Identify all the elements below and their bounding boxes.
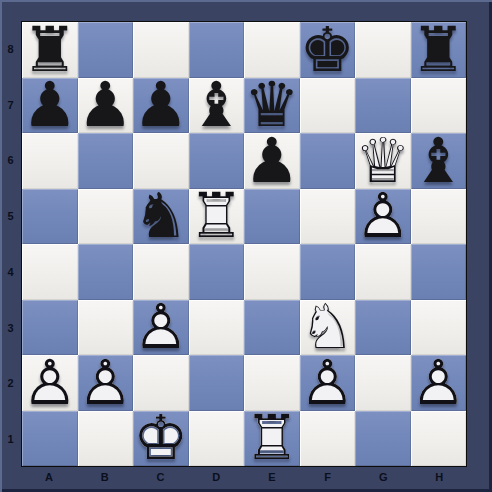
- piece-white-pawn-f2[interactable]: ♟♙: [300, 355, 356, 411]
- square-h2[interactable]: ♟♙: [411, 355, 467, 411]
- black-rook-glyph: ♜: [411, 22, 467, 78]
- square-c1[interactable]: ♚♔: [133, 411, 189, 467]
- piece-white-knight-f3[interactable]: ♞♘: [300, 300, 356, 356]
- piece-black-pawn-b7[interactable]: ♟: [78, 78, 134, 134]
- square-c3[interactable]: ♟♙: [133, 300, 189, 356]
- white-rook-glyph: ♜: [244, 411, 300, 467]
- square-e4[interactable]: [244, 244, 300, 300]
- white-pawn-outline-glyph: ♙: [355, 189, 411, 245]
- square-c7[interactable]: ♟: [133, 78, 189, 134]
- square-g8[interactable]: [355, 22, 411, 78]
- square-e1[interactable]: ♜♖: [244, 411, 300, 467]
- square-h4[interactable]: [411, 244, 467, 300]
- square-h6[interactable]: ♝: [411, 133, 467, 189]
- file-label-h: H: [411, 467, 467, 492]
- square-e8[interactable]: [244, 22, 300, 78]
- square-f8[interactable]: ♚: [300, 22, 356, 78]
- square-g1[interactable]: [355, 411, 411, 467]
- piece-black-queen-e7[interactable]: ♛: [244, 78, 300, 134]
- rank-label-2: 2: [0, 356, 21, 412]
- white-rook-outline-glyph: ♖: [189, 189, 245, 245]
- square-a5[interactable]: [22, 189, 78, 245]
- white-pawn-glyph: ♟: [411, 355, 467, 411]
- square-b3[interactable]: [78, 300, 134, 356]
- square-f7[interactable]: [300, 78, 356, 134]
- black-pawn-glyph: ♟: [22, 78, 78, 134]
- white-pawn-outline-glyph: ♙: [78, 355, 134, 411]
- piece-white-pawn-c3[interactable]: ♟♙: [133, 300, 189, 356]
- square-b7[interactable]: ♟: [78, 78, 134, 134]
- square-b4[interactable]: [78, 244, 134, 300]
- piece-black-knight-c5[interactable]: ♞: [133, 189, 189, 245]
- square-c2[interactable]: [133, 355, 189, 411]
- piece-white-pawn-a2[interactable]: ♟♙: [22, 355, 78, 411]
- rank-label-1: 1: [0, 411, 21, 467]
- square-f6[interactable]: [300, 133, 356, 189]
- square-h5[interactable]: [411, 189, 467, 245]
- square-e3[interactable]: [244, 300, 300, 356]
- square-b2[interactable]: ♟♙: [78, 355, 134, 411]
- square-c8[interactable]: [133, 22, 189, 78]
- square-d6[interactable]: [189, 133, 245, 189]
- square-f4[interactable]: [300, 244, 356, 300]
- square-a3[interactable]: [22, 300, 78, 356]
- square-a7[interactable]: ♟: [22, 78, 78, 134]
- square-g7[interactable]: [355, 78, 411, 134]
- file-label-c: C: [133, 467, 189, 492]
- file-labels: ABCDEFGH: [21, 467, 467, 492]
- piece-white-queen-g6[interactable]: ♛♕: [355, 133, 411, 189]
- square-g6[interactable]: ♛♕: [355, 133, 411, 189]
- white-pawn-glyph: ♟: [78, 355, 134, 411]
- piece-black-pawn-a7[interactable]: ♟: [22, 78, 78, 134]
- square-c6[interactable]: [133, 133, 189, 189]
- white-rook-outline-glyph: ♖: [244, 411, 300, 467]
- square-e2[interactable]: [244, 355, 300, 411]
- square-g3[interactable]: [355, 300, 411, 356]
- chess-board: ♜♚♜♟♟♟♝♛♟♛♕♝♞♜♖♟♙♟♙♞♘♟♙♟♙♟♙♟♙♚♔♜♖: [21, 21, 467, 467]
- white-pawn-glyph: ♟: [300, 355, 356, 411]
- piece-white-rook-d5[interactable]: ♜♖: [189, 189, 245, 245]
- square-a2[interactable]: ♟♙: [22, 355, 78, 411]
- piece-black-bishop-d7[interactable]: ♝: [189, 78, 245, 134]
- square-g4[interactable]: [355, 244, 411, 300]
- rank-labels: 87654321: [0, 21, 21, 467]
- square-c4[interactable]: [133, 244, 189, 300]
- white-queen-glyph: ♛: [355, 133, 411, 189]
- white-knight-glyph: ♞: [300, 300, 356, 356]
- piece-black-pawn-c7[interactable]: ♟: [133, 78, 189, 134]
- white-knight-outline-glyph: ♘: [300, 300, 356, 356]
- rank-label-5: 5: [0, 188, 21, 244]
- file-label-d: D: [188, 467, 244, 492]
- square-c5[interactable]: ♞: [133, 189, 189, 245]
- black-bishop-glyph: ♝: [411, 133, 467, 189]
- piece-black-bishop-h6[interactable]: ♝: [411, 133, 467, 189]
- white-king-outline-glyph: ♔: [133, 411, 189, 467]
- black-knight-glyph: ♞: [133, 189, 189, 245]
- black-bishop-glyph: ♝: [189, 78, 245, 134]
- square-a8[interactable]: ♜: [22, 22, 78, 78]
- rank-label-7: 7: [0, 77, 21, 133]
- rank-label-4: 4: [0, 244, 21, 300]
- file-label-g: G: [356, 467, 412, 492]
- piece-white-pawn-b2[interactable]: ♟♙: [78, 355, 134, 411]
- white-pawn-outline-glyph: ♙: [22, 355, 78, 411]
- black-queen-glyph: ♛: [244, 78, 300, 134]
- square-e7[interactable]: ♛: [244, 78, 300, 134]
- square-b5[interactable]: [78, 189, 134, 245]
- square-f1[interactable]: [300, 411, 356, 467]
- square-h7[interactable]: [411, 78, 467, 134]
- file-label-a: A: [21, 467, 77, 492]
- file-label-f: F: [300, 467, 356, 492]
- square-e6[interactable]: ♟: [244, 133, 300, 189]
- piece-white-king-c1[interactable]: ♚♔: [133, 411, 189, 467]
- piece-white-pawn-g5[interactable]: ♟♙: [355, 189, 411, 245]
- square-f5[interactable]: [300, 189, 356, 245]
- white-pawn-glyph: ♟: [355, 189, 411, 245]
- square-a4[interactable]: [22, 244, 78, 300]
- square-d7[interactable]: ♝: [189, 78, 245, 134]
- piece-black-pawn-e6[interactable]: ♟: [244, 133, 300, 189]
- black-rook-glyph: ♜: [22, 22, 78, 78]
- square-d4[interactable]: [189, 244, 245, 300]
- square-b6[interactable]: [78, 133, 134, 189]
- file-label-b: B: [77, 467, 133, 492]
- white-pawn-glyph: ♟: [22, 355, 78, 411]
- piece-black-king-f8[interactable]: ♚: [300, 22, 356, 78]
- white-rook-glyph: ♜: [189, 189, 245, 245]
- square-e5[interactable]: [244, 189, 300, 245]
- rank-label-8: 8: [0, 21, 21, 77]
- white-pawn-outline-glyph: ♙: [300, 355, 356, 411]
- square-d8[interactable]: [189, 22, 245, 78]
- piece-white-pawn-h2[interactable]: ♟♙: [411, 355, 467, 411]
- square-b8[interactable]: [78, 22, 134, 78]
- square-g5[interactable]: ♟♙: [355, 189, 411, 245]
- piece-black-rook-h8[interactable]: ♜: [411, 22, 467, 78]
- square-h3[interactable]: [411, 300, 467, 356]
- rank-label-6: 6: [0, 133, 21, 189]
- square-b1[interactable]: [78, 411, 134, 467]
- black-king-glyph: ♚: [300, 22, 356, 78]
- white-pawn-outline-glyph: ♙: [133, 300, 189, 356]
- square-h1[interactable]: [411, 411, 467, 467]
- rank-label-3: 3: [0, 300, 21, 356]
- square-h8[interactable]: ♜: [411, 22, 467, 78]
- square-f3[interactable]: ♞♘: [300, 300, 356, 356]
- square-a1[interactable]: [22, 411, 78, 467]
- square-d1[interactable]: [189, 411, 245, 467]
- black-pawn-glyph: ♟: [133, 78, 189, 134]
- white-pawn-outline-glyph: ♙: [411, 355, 467, 411]
- black-pawn-glyph: ♟: [78, 78, 134, 134]
- white-king-glyph: ♚: [133, 411, 189, 467]
- piece-white-rook-e1[interactable]: ♜♖: [244, 411, 300, 467]
- square-f2[interactable]: ♟♙: [300, 355, 356, 411]
- square-d5[interactable]: ♜♖: [189, 189, 245, 245]
- square-a6[interactable]: [22, 133, 78, 189]
- square-d3[interactable]: [189, 300, 245, 356]
- chess-board-frame: ♜♚♜♟♟♟♝♛♟♛♕♝♞♜♖♟♙♟♙♞♘♟♙♟♙♟♙♟♙♚♔♜♖ 876543…: [0, 0, 492, 492]
- file-label-e: E: [244, 467, 300, 492]
- white-pawn-glyph: ♟: [133, 300, 189, 356]
- piece-black-rook-a8[interactable]: ♜: [22, 22, 78, 78]
- white-queen-outline-glyph: ♕: [355, 133, 411, 189]
- black-pawn-glyph: ♟: [244, 133, 300, 189]
- square-d2[interactable]: [189, 355, 245, 411]
- square-g2[interactable]: [355, 355, 411, 411]
